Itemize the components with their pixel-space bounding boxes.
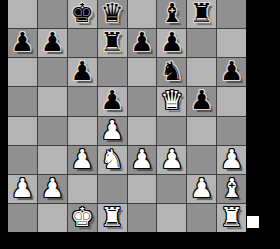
square-e3[interactable]: ♟: [128, 146, 157, 174]
piece-black-pawn: ♟: [11, 29, 34, 55]
piece-black-king: ♚: [71, 0, 94, 26]
square-a8[interactable]: [8, 0, 37, 28]
piece-black-rook: ♜: [190, 0, 213, 26]
piece-black-pawn: ♟: [71, 58, 94, 84]
piece-white-pawn: ♟: [220, 146, 243, 172]
square-c3[interactable]: ♟: [68, 146, 97, 174]
piece-black-knight: ♞: [160, 58, 183, 84]
piece-black-pawn: ♟: [130, 29, 153, 55]
square-e6[interactable]: [128, 58, 157, 86]
square-g6[interactable]: [187, 58, 216, 86]
square-f7[interactable]: ♟: [157, 29, 186, 57]
square-g5[interactable]: ♟: [187, 87, 216, 115]
square-c1[interactable]: ♚: [68, 204, 97, 232]
square-f3[interactable]: ♟: [157, 146, 186, 174]
square-f4[interactable]: [157, 117, 186, 145]
square-g1[interactable]: [187, 204, 216, 232]
square-b5[interactable]: [38, 87, 67, 115]
piece-white-pawn: ♟: [130, 146, 153, 172]
square-a3[interactable]: [8, 146, 37, 174]
square-c6[interactable]: ♟: [68, 58, 97, 86]
square-e5[interactable]: [128, 87, 157, 115]
square-b2[interactable]: ♟: [38, 175, 67, 203]
piece-black-pawn: ♟: [160, 29, 183, 55]
square-f1[interactable]: [157, 204, 186, 232]
piece-black-queen: ♛: [100, 0, 123, 26]
square-e1[interactable]: [128, 204, 157, 232]
square-c2[interactable]: [68, 175, 97, 203]
square-d5[interactable]: ♟: [98, 87, 127, 115]
square-c7[interactable]: [68, 29, 97, 57]
square-g3[interactable]: [187, 146, 216, 174]
chess-board: ♚♛♝♜♟♟♜♟♟♟♞♟♟♛♟♟♟♞♟♟♟♟♟♟♝♚♜♜: [8, 0, 246, 232]
square-c8[interactable]: ♚: [68, 0, 97, 28]
square-h1[interactable]: ♜: [217, 204, 246, 232]
piece-black-pawn: ♟: [190, 87, 213, 113]
square-a4[interactable]: [8, 117, 37, 145]
square-a1[interactable]: [8, 204, 37, 232]
chess-diagram-window: ♚♛♝♜♟♟♜♟♟♟♞♟♟♛♟♟♟♞♟♟♟♟♟♟♝♚♜♜: [0, 0, 280, 249]
square-f5[interactable]: ♛: [157, 87, 186, 115]
square-f6[interactable]: ♞: [157, 58, 186, 86]
piece-white-pawn: ♟: [71, 146, 94, 172]
piece-white-pawn: ♟: [160, 146, 183, 172]
square-b3[interactable]: [38, 146, 67, 174]
square-c5[interactable]: [68, 87, 97, 115]
square-e8[interactable]: [128, 0, 157, 28]
piece-white-pawn: ♟: [11, 175, 34, 201]
square-d7[interactable]: ♜: [98, 29, 127, 57]
square-h8[interactable]: [217, 0, 246, 28]
piece-black-pawn: ♟: [41, 29, 64, 55]
piece-white-rook: ♜: [100, 204, 123, 230]
square-d3[interactable]: ♞: [98, 146, 127, 174]
piece-black-rook: ♜: [100, 29, 123, 55]
square-e4[interactable]: [128, 117, 157, 145]
piece-white-knight: ♞: [100, 146, 123, 172]
square-f2[interactable]: [157, 175, 186, 203]
white-to-move-indicator: [247, 216, 259, 228]
square-g2[interactable]: ♟: [187, 175, 216, 203]
piece-black-bishop: ♝: [160, 0, 183, 26]
piece-white-pawn: ♟: [100, 117, 123, 143]
square-h4[interactable]: [217, 117, 246, 145]
square-d6[interactable]: [98, 58, 127, 86]
square-a6[interactable]: [8, 58, 37, 86]
square-g4[interactable]: [187, 117, 216, 145]
square-e2[interactable]: [128, 175, 157, 203]
square-f8[interactable]: ♝: [157, 0, 186, 28]
square-b8[interactable]: [38, 0, 67, 28]
square-b4[interactable]: [38, 117, 67, 145]
square-d4[interactable]: ♟: [98, 117, 127, 145]
square-d8[interactable]: ♛: [98, 0, 127, 28]
square-e7[interactable]: ♟: [128, 29, 157, 57]
square-d2[interactable]: [98, 175, 127, 203]
square-b6[interactable]: [38, 58, 67, 86]
square-h5[interactable]: [217, 87, 246, 115]
piece-black-pawn: ♟: [220, 58, 243, 84]
square-c4[interactable]: [68, 117, 97, 145]
square-g8[interactable]: ♜: [187, 0, 216, 28]
square-a5[interactable]: [8, 87, 37, 115]
piece-white-rook: ♜: [220, 204, 243, 230]
piece-white-queen: ♛: [160, 87, 183, 113]
square-h7[interactable]: [217, 29, 246, 57]
square-a7[interactable]: ♟: [8, 29, 37, 57]
piece-white-king: ♚: [71, 204, 94, 230]
square-b7[interactable]: ♟: [38, 29, 67, 57]
piece-black-pawn: ♟: [100, 87, 123, 113]
square-a2[interactable]: ♟: [8, 175, 37, 203]
piece-white-bishop: ♝: [220, 175, 243, 201]
square-b1[interactable]: [38, 204, 67, 232]
square-h3[interactable]: ♟: [217, 146, 246, 174]
square-g7[interactable]: [187, 29, 216, 57]
piece-white-pawn: ♟: [41, 175, 64, 201]
piece-white-pawn: ♟: [190, 175, 213, 201]
square-h2[interactable]: ♝: [217, 175, 246, 203]
square-d1[interactable]: ♜: [98, 204, 127, 232]
square-h6[interactable]: ♟: [217, 58, 246, 86]
